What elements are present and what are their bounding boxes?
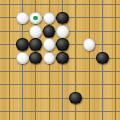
intersection-r7-c3[interactable] [42, 91, 55, 104]
intersection-r8-c4[interactable] [56, 105, 69, 118]
black-stone[interactable] [29, 38, 42, 51]
intersection-r6-c8[interactable] [109, 78, 120, 91]
intersection-r5-c7[interactable] [96, 65, 109, 78]
intersection-r3-c3[interactable] [42, 38, 55, 51]
intersection-r2-c0[interactable] [2, 25, 15, 38]
intersection-r2-c3[interactable] [42, 25, 55, 38]
intersection-r6-c7[interactable] [96, 78, 109, 91]
intersection-r1-c0[interactable] [2, 11, 15, 24]
board-grid [2, 0, 120, 118]
intersection-r8-c5[interactable] [69, 105, 82, 118]
intersection-r3-c4[interactable] [56, 38, 69, 51]
intersection-r4-c1[interactable] [16, 51, 29, 64]
intersection-r2-c1[interactable] [16, 25, 29, 38]
intersection-r5-c0[interactable] [2, 65, 15, 78]
intersection-r3-c2[interactable] [29, 38, 42, 51]
black-stone[interactable] [16, 38, 29, 51]
intersection-r5-c4[interactable] [56, 65, 69, 78]
intersection-r1-c3[interactable] [42, 11, 55, 24]
intersection-r6-c5[interactable] [69, 78, 82, 91]
intersection-r3-c0[interactable] [2, 38, 15, 51]
intersection-r5-c2[interactable] [29, 65, 42, 78]
intersection-r0-c6[interactable] [82, 0, 95, 11]
intersection-r8-c2[interactable] [29, 105, 42, 118]
intersection-r6-c4[interactable] [56, 78, 69, 91]
intersection-r7-c7[interactable] [96, 91, 109, 104]
black-stone[interactable] [29, 52, 42, 65]
intersection-r4-c6[interactable] [82, 51, 95, 64]
white-stone[interactable] [16, 12, 29, 25]
intersection-r4-c5[interactable] [69, 51, 82, 64]
intersection-r2-c6[interactable] [82, 25, 95, 38]
intersection-r2-c7[interactable] [96, 25, 109, 38]
intersection-r1-c5[interactable] [69, 11, 82, 24]
intersection-r7-c4[interactable] [56, 91, 69, 104]
intersection-r2-c4[interactable] [56, 25, 69, 38]
intersection-r4-c7[interactable] [96, 51, 109, 64]
intersection-r0-c3[interactable] [42, 0, 55, 11]
intersection-r8-c8[interactable] [109, 105, 120, 118]
intersection-r1-c7[interactable] [96, 11, 109, 24]
intersection-r2-c2[interactable] [29, 25, 42, 38]
intersection-r0-c8[interactable] [109, 0, 120, 11]
intersection-r0-c7[interactable] [96, 0, 109, 11]
intersection-r5-c6[interactable] [82, 65, 95, 78]
intersection-r1-c4[interactable] [56, 11, 69, 24]
intersection-r8-c6[interactable] [82, 105, 95, 118]
intersection-r8-c1[interactable] [16, 105, 29, 118]
intersection-r4-c4[interactable] [56, 51, 69, 64]
intersection-r3-c6[interactable] [82, 38, 95, 51]
intersection-r1-c6[interactable] [82, 11, 95, 24]
intersection-r0-c4[interactable] [56, 0, 69, 11]
intersection-r3-c5[interactable] [69, 38, 82, 51]
white-stone[interactable] [56, 25, 69, 38]
white-stone[interactable] [43, 52, 56, 65]
last-move-marker [33, 16, 38, 21]
intersection-r0-c5[interactable] [69, 0, 82, 11]
intersection-r4-c2[interactable] [29, 51, 42, 64]
intersection-r3-c1[interactable] [16, 38, 29, 51]
black-stone[interactable] [69, 92, 82, 105]
go-board [0, 0, 120, 120]
intersection-r4-c3[interactable] [42, 51, 55, 64]
intersection-r8-c0[interactable] [2, 105, 15, 118]
intersection-r3-c8[interactable] [109, 38, 120, 51]
intersection-r6-c0[interactable] [2, 78, 15, 91]
intersection-r6-c6[interactable] [82, 78, 95, 91]
intersection-r4-c0[interactable] [2, 51, 15, 64]
intersection-r3-c7[interactable] [96, 38, 109, 51]
white-stone[interactable] [29, 25, 42, 38]
intersection-r2-c5[interactable] [69, 25, 82, 38]
black-stone[interactable] [56, 38, 69, 51]
intersection-r1-c1[interactable] [16, 11, 29, 24]
intersection-r6-c1[interactable] [16, 78, 29, 91]
intersection-r7-c6[interactable] [82, 91, 95, 104]
intersection-r0-c1[interactable] [16, 0, 29, 11]
black-stone[interactable] [96, 52, 109, 65]
intersection-r7-c0[interactable] [2, 91, 15, 104]
black-stone[interactable] [56, 52, 69, 65]
intersection-r8-c3[interactable] [42, 105, 55, 118]
intersection-r0-c0[interactable] [2, 0, 15, 11]
white-stone[interactable] [83, 38, 96, 51]
intersection-r7-c2[interactable] [29, 91, 42, 104]
intersection-r7-c5[interactable] [69, 91, 82, 104]
white-stone[interactable] [29, 12, 42, 25]
black-stone[interactable] [56, 12, 69, 25]
intersection-r5-c3[interactable] [42, 65, 55, 78]
white-stone[interactable] [16, 52, 29, 65]
intersection-r1-c8[interactable] [109, 11, 120, 24]
intersection-r6-c2[interactable] [29, 78, 42, 91]
intersection-r5-c5[interactable] [69, 65, 82, 78]
intersection-r0-c2[interactable] [29, 0, 42, 11]
intersection-r7-c1[interactable] [16, 91, 29, 104]
intersection-r5-c8[interactable] [109, 65, 120, 78]
intersection-r6-c3[interactable] [42, 78, 55, 91]
white-stone[interactable] [43, 12, 56, 25]
black-stone[interactable] [43, 25, 56, 38]
intersection-r4-c8[interactable] [109, 51, 120, 64]
intersection-r2-c8[interactable] [109, 25, 120, 38]
intersection-r7-c8[interactable] [109, 91, 120, 104]
intersection-r1-c2[interactable] [29, 11, 42, 24]
intersection-r5-c1[interactable] [16, 65, 29, 78]
white-stone[interactable] [43, 38, 56, 51]
intersection-r8-c7[interactable] [96, 105, 109, 118]
